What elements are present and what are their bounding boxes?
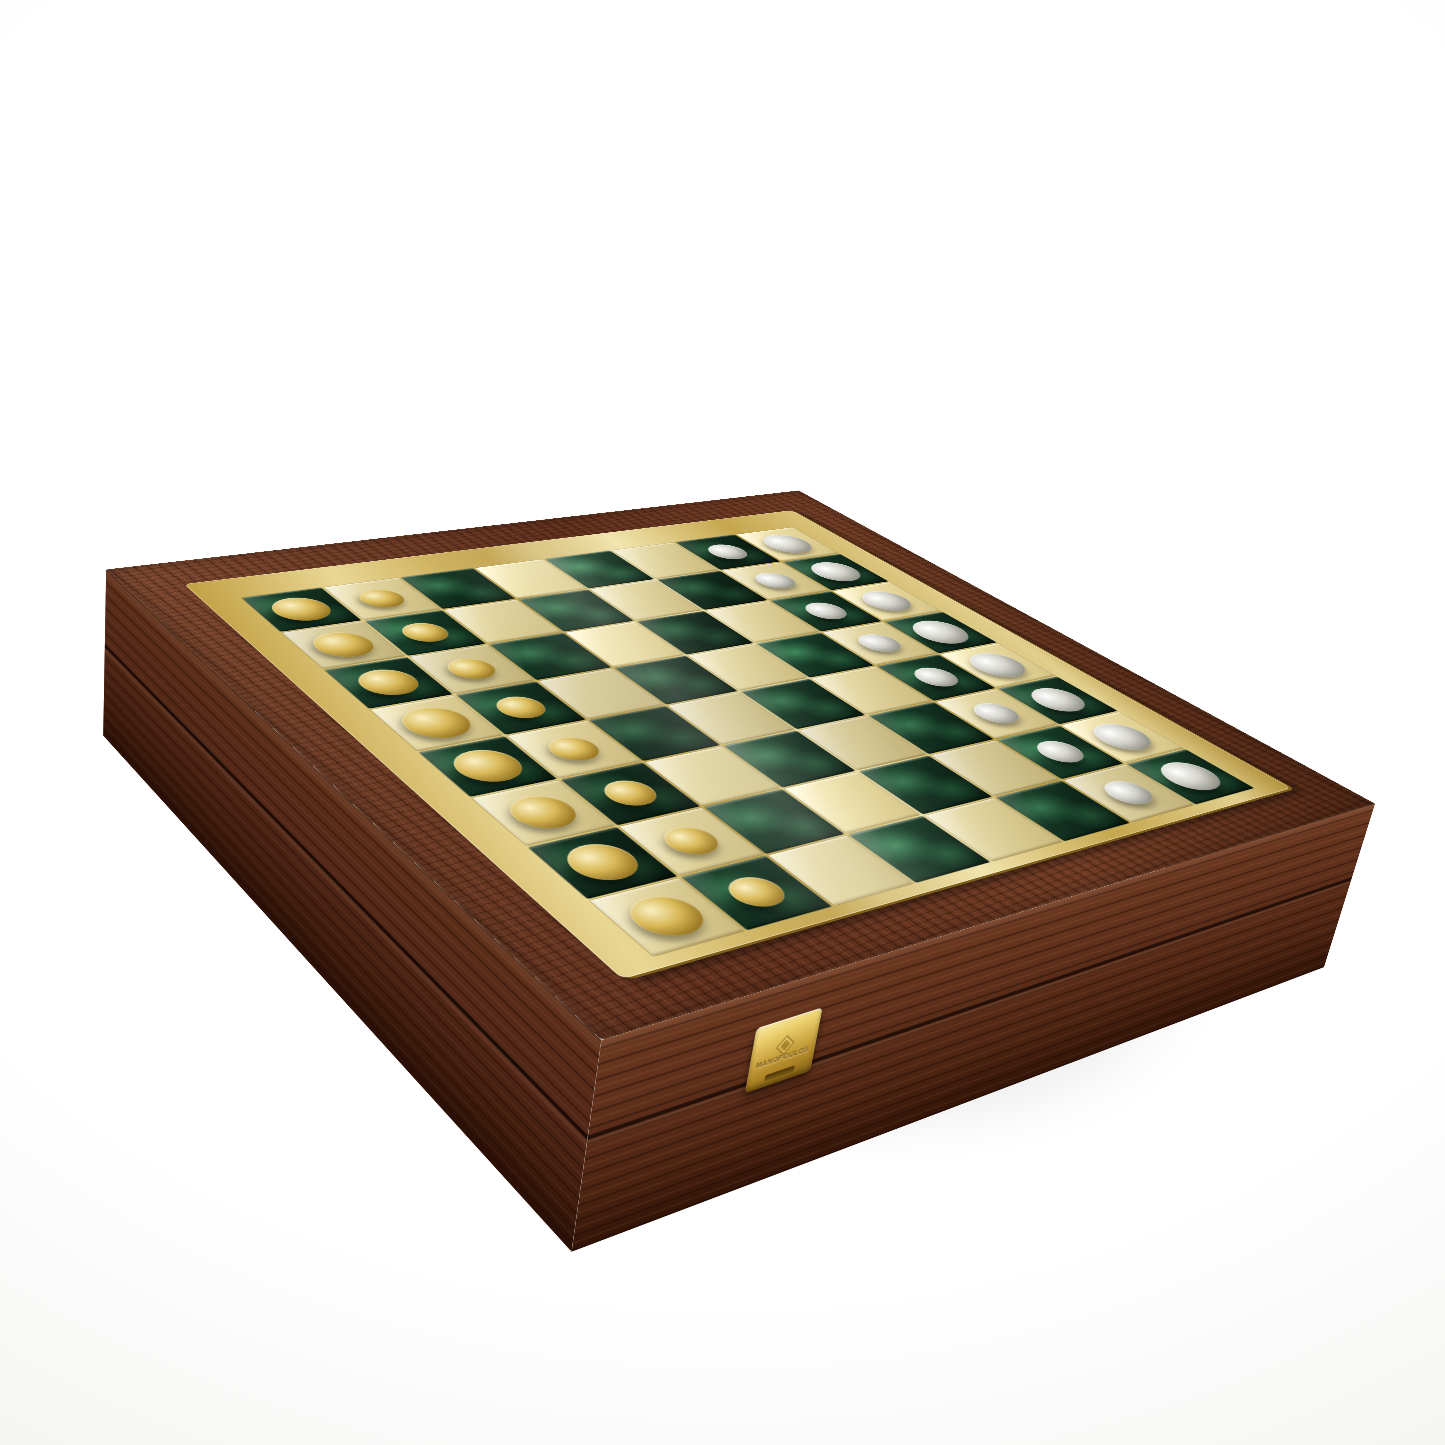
studio-background: MANOPOULOS ♜♞♝♛♚♝♞♜♟♟♟♟♟♟♟♟♟♟♟♟♟♟♟♟♜♞♝♛♚… — [0, 0, 1445, 1445]
rook-glyph: ♜ — [560, 696, 774, 934]
chess-case: MANOPOULOS ♜♞♝♛♚♝♞♜♟♟♟♟♟♟♟♟♟♟♟♟♟♟♟♟♜♞♝♛♚… — [106, 491, 1375, 1040]
case-latch[interactable]: MANOPOULOS — [745, 1007, 823, 1093]
scene-rotation: MANOPOULOS ♜♞♝♛♚♝♞♜♟♟♟♟♟♟♟♟♟♟♟♟♟♟♟♟♜♞♝♛♚… — [0, 0, 1445, 1445]
pawn-glyph: ♟ — [1066, 663, 1192, 804]
